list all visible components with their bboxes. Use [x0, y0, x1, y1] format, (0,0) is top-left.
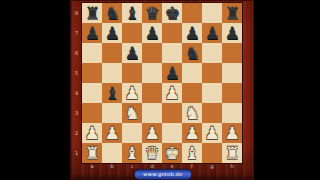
black-pawn-d7[interactable]: ♟	[142, 23, 162, 43]
black-rook-a8[interactable]: ♜	[82, 3, 102, 23]
rank-label-3: 3	[72, 103, 81, 123]
white-king-e1[interactable]: ♚	[162, 143, 182, 163]
square-d7[interactable]: ♟	[142, 23, 162, 43]
video-frame: 87654321 ♜♞♝♛♚♜♟♟♟♟♟♟♟♞♟♝♟♟♞♞♟♟♟♟♟♟♜♝♛♚♝…	[0, 0, 320, 180]
square-d5[interactable]	[142, 63, 162, 83]
square-a5[interactable]	[82, 63, 102, 83]
rank-label-4: 4	[72, 83, 81, 103]
square-h8[interactable]: ♜	[222, 3, 242, 23]
square-a3[interactable]	[82, 103, 102, 123]
square-f8[interactable]	[182, 3, 202, 23]
black-knight-f6[interactable]: ♞	[182, 43, 202, 63]
black-pawn-f7[interactable]: ♟	[182, 23, 202, 43]
black-bishop-b4[interactable]: ♝	[102, 83, 122, 103]
watermark-text: www.gotob.de	[143, 171, 182, 178]
square-e5[interactable]: ♟	[162, 63, 182, 83]
square-c6[interactable]: ♟	[122, 43, 142, 63]
square-a4[interactable]	[82, 83, 102, 103]
black-rook-h8[interactable]: ♜	[222, 3, 242, 23]
rank-label-1: 1	[72, 143, 81, 163]
square-a2[interactable]: ♟	[82, 123, 102, 143]
black-queen-d8[interactable]: ♛	[142, 3, 162, 23]
file-label-h: h	[222, 163, 242, 170]
file-label-b: b	[102, 163, 122, 170]
square-b7[interactable]: ♟	[102, 23, 122, 43]
square-c3[interactable]: ♞	[122, 103, 142, 123]
square-f6[interactable]: ♞	[182, 43, 202, 63]
square-e4[interactable]: ♟	[162, 83, 182, 103]
square-h6[interactable]	[222, 43, 242, 63]
chessboard-frame: 87654321 ♜♞♝♛♚♜♟♟♟♟♟♟♟♞♟♝♟♟♞♞♟♟♟♟♟♟♜♝♛♚♝…	[70, 0, 254, 180]
square-d3[interactable]	[142, 103, 162, 123]
black-bishop-c8[interactable]: ♝	[122, 3, 142, 23]
white-knight-f3[interactable]: ♞	[182, 103, 202, 123]
white-pawn-c4[interactable]: ♟	[122, 83, 142, 103]
square-e1[interactable]: ♚	[162, 143, 182, 163]
white-pawn-d2[interactable]: ♟	[142, 123, 162, 143]
square-c1[interactable]: ♝	[122, 143, 142, 163]
square-c5[interactable]	[122, 63, 142, 83]
white-pawn-g2[interactable]: ♟	[202, 123, 222, 143]
square-f2[interactable]: ♟	[182, 123, 202, 143]
square-c4[interactable]: ♟	[122, 83, 142, 103]
rank-label-6: 6	[72, 43, 81, 63]
white-bishop-c1[interactable]: ♝	[122, 143, 142, 163]
square-f3[interactable]: ♞	[182, 103, 202, 123]
square-e7[interactable]	[162, 23, 182, 43]
square-g6[interactable]	[202, 43, 222, 63]
square-h4[interactable]	[222, 83, 242, 103]
white-pawn-f2[interactable]: ♟	[182, 123, 202, 143]
white-pawn-a2[interactable]: ♟	[82, 123, 102, 143]
square-b3[interactable]	[102, 103, 122, 123]
file-label-g: g	[202, 163, 222, 170]
black-pawn-c6[interactable]: ♟	[122, 43, 142, 63]
square-d4[interactable]	[142, 83, 162, 103]
square-c8[interactable]: ♝	[122, 3, 142, 23]
white-rook-h1[interactable]: ♜	[222, 143, 242, 163]
square-f1[interactable]: ♝	[182, 143, 202, 163]
chessboard[interactable]: ♜♞♝♛♚♜♟♟♟♟♟♟♟♞♟♝♟♟♞♞♟♟♟♟♟♟♜♝♛♚♝♜	[82, 3, 242, 163]
square-a6[interactable]	[82, 43, 102, 63]
rank-label-5: 5	[72, 63, 81, 83]
letterbox-right	[254, 0, 320, 180]
square-d6[interactable]	[142, 43, 162, 63]
square-g8[interactable]	[202, 3, 222, 23]
white-pawn-e4[interactable]: ♟	[162, 83, 182, 103]
file-label-a: a	[82, 163, 102, 170]
white-knight-c3[interactable]: ♞	[122, 103, 142, 123]
black-knight-b8[interactable]: ♞	[102, 3, 122, 23]
square-f5[interactable]	[182, 63, 202, 83]
black-king-e8[interactable]: ♚	[162, 3, 182, 23]
black-pawn-a7[interactable]: ♟	[82, 23, 102, 43]
square-g5[interactable]	[202, 63, 222, 83]
square-a8[interactable]: ♜	[82, 3, 102, 23]
square-b8[interactable]: ♞	[102, 3, 122, 23]
black-pawn-h7[interactable]: ♟	[222, 23, 242, 43]
black-pawn-e5[interactable]: ♟	[162, 63, 182, 83]
square-f7[interactable]: ♟	[182, 23, 202, 43]
white-pawn-b2[interactable]: ♟	[102, 123, 122, 143]
square-e8[interactable]: ♚	[162, 3, 182, 23]
square-h5[interactable]	[222, 63, 242, 83]
square-f4[interactable]	[182, 83, 202, 103]
square-g1[interactable]	[202, 143, 222, 163]
watermark-badge: www.gotob.de	[134, 169, 192, 180]
rank-label-2: 2	[72, 123, 81, 143]
square-e3[interactable]	[162, 103, 182, 123]
square-c7[interactable]	[122, 23, 142, 43]
rank-label-8: 8	[72, 3, 81, 23]
square-d2[interactable]: ♟	[142, 123, 162, 143]
rank-label-7: 7	[72, 23, 81, 43]
square-b1[interactable]	[102, 143, 122, 163]
square-g2[interactable]: ♟	[202, 123, 222, 143]
square-b5[interactable]	[102, 63, 122, 83]
black-pawn-g7[interactable]: ♟	[202, 23, 222, 43]
square-d1[interactable]: ♛	[142, 143, 162, 163]
square-c2[interactable]	[122, 123, 142, 143]
square-h1[interactable]: ♜	[222, 143, 242, 163]
square-d8[interactable]: ♛	[142, 3, 162, 23]
white-queen-d1[interactable]: ♛	[142, 143, 162, 163]
white-bishop-f1[interactable]: ♝	[182, 143, 202, 163]
square-a1[interactable]: ♜	[82, 143, 102, 163]
square-h3[interactable]	[222, 103, 242, 123]
square-g3[interactable]	[202, 103, 222, 123]
white-rook-a1[interactable]: ♜	[82, 143, 102, 163]
square-g4[interactable]	[202, 83, 222, 103]
rank-labels: 87654321	[72, 3, 81, 163]
square-h2[interactable]: ♟	[222, 123, 242, 143]
square-e6[interactable]	[162, 43, 182, 63]
square-h7[interactable]: ♟	[222, 23, 242, 43]
square-e2[interactable]	[162, 123, 182, 143]
letterbox-left	[0, 0, 70, 180]
square-b6[interactable]	[102, 43, 122, 63]
square-a7[interactable]: ♟	[82, 23, 102, 43]
square-b2[interactable]: ♟	[102, 123, 122, 143]
square-b4[interactable]: ♝	[102, 83, 122, 103]
square-g7[interactable]: ♟	[202, 23, 222, 43]
black-pawn-b7[interactable]: ♟	[102, 23, 122, 43]
white-pawn-h2[interactable]: ♟	[222, 123, 242, 143]
